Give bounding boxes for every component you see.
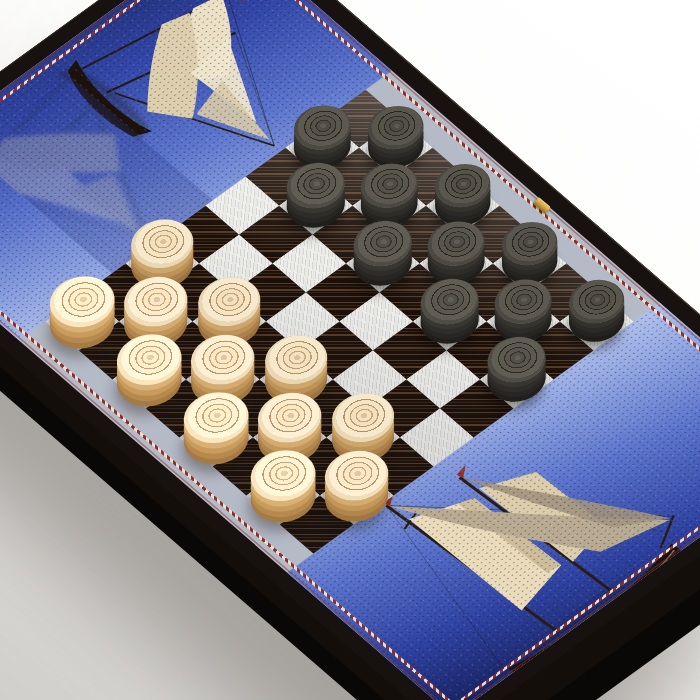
- photo-stage: [0, 0, 700, 700]
